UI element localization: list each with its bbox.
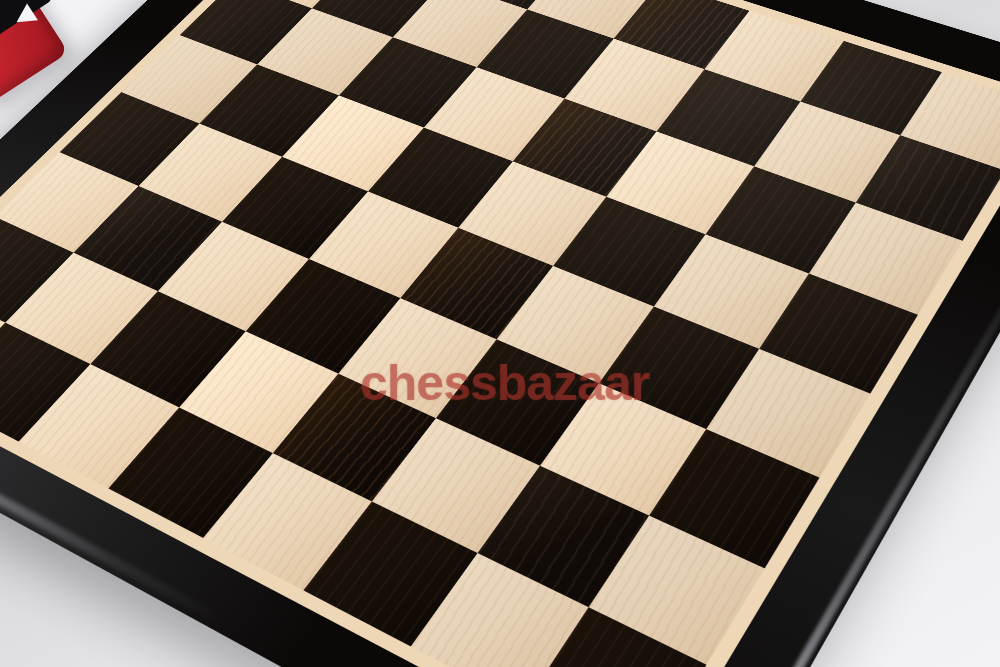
photo-scene: chessbazaar [0, 0, 1000, 667]
chess-board [0, 0, 1000, 667]
chess-clock [0, 0, 150, 150]
